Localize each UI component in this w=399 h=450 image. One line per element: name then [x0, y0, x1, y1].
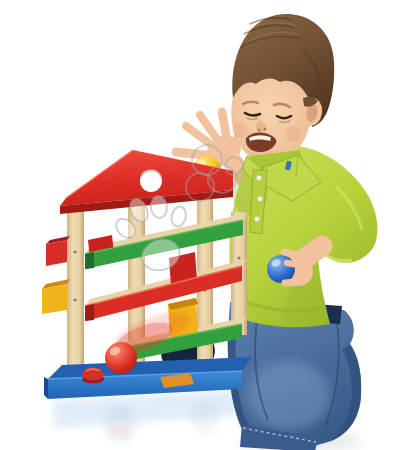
- nostril-left: [258, 129, 260, 131]
- red-ball: [105, 342, 137, 374]
- reflection-red-ball: [109, 426, 133, 438]
- nostril-right: [264, 128, 266, 130]
- ramp1-rail-end-face: [85, 252, 94, 269]
- post-front-left: [67, 203, 84, 390]
- button-2: [257, 196, 263, 202]
- ramp1-red-endcap: [46, 240, 67, 266]
- button-3: [254, 216, 260, 222]
- ramp2-red-rail: [85, 266, 242, 321]
- product-photo: [0, 0, 399, 450]
- right-finger-over-ball-1: [284, 252, 297, 255]
- button-1: [256, 175, 262, 181]
- ramp2-rail-end-face: [85, 304, 94, 321]
- cheek-right: [285, 126, 301, 142]
- right-finger-under-ball: [285, 282, 295, 283]
- head: [231, 14, 334, 164]
- jeans-knee-highlight: [246, 361, 330, 431]
- paw-toe-4: [170, 205, 188, 228]
- cheek-left: [232, 122, 248, 138]
- ramp2-yellow-endcap: [42, 284, 67, 314]
- right-finger-over-ball-2: [287, 263, 300, 265]
- scene: [0, 0, 399, 450]
- blue-ball: [267, 255, 295, 283]
- base-left-face: [44, 377, 48, 399]
- ball-run-toy: [42, 150, 252, 399]
